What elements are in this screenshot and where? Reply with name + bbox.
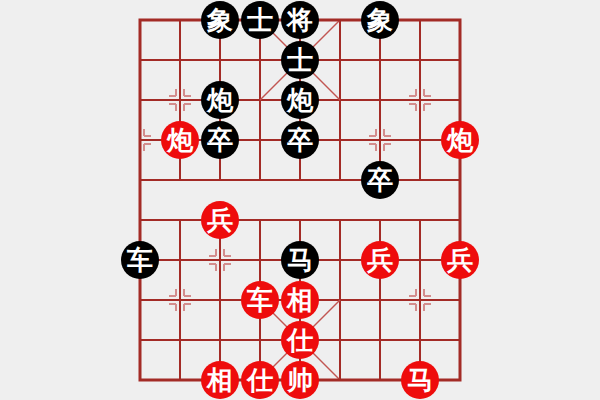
board-point[interactable] [320, 40, 360, 80]
board-point[interactable] [160, 240, 200, 280]
board-point[interactable] [200, 320, 240, 360]
board-point[interactable] [160, 40, 200, 80]
board-point[interactable] [400, 200, 440, 240]
board-point[interactable] [320, 120, 360, 160]
board-point[interactable] [240, 240, 280, 280]
board-point[interactable] [400, 160, 440, 200]
board-point[interactable] [320, 80, 360, 120]
cell-d9[interactable]: 士 [240, 0, 280, 40]
cell-h0[interactable]: 马 [400, 360, 440, 400]
board-point[interactable] [400, 120, 440, 160]
piece-red-soldier[interactable]: 兵 [441, 241, 479, 279]
cell-d2[interactable]: 车 [240, 280, 280, 320]
cell-e1[interactable]: 仕 [280, 320, 320, 360]
cell-d0[interactable]: 仕 [240, 360, 280, 400]
board-point[interactable] [160, 280, 200, 320]
piece-red-soldier[interactable]: 兵 [361, 241, 399, 279]
board-point[interactable] [320, 240, 360, 280]
board-point[interactable] [120, 40, 160, 80]
cell-e9[interactable]: 将 [280, 0, 320, 40]
cell-b6[interactable]: 炮 [160, 120, 200, 160]
board-point[interactable] [360, 40, 400, 80]
cell-e6[interactable]: 卒 [280, 120, 320, 160]
cell-c0[interactable]: 相 [200, 360, 240, 400]
board-point[interactable] [280, 200, 320, 240]
piece-black-advisor[interactable]: 士 [281, 41, 319, 79]
cell-g3[interactable]: 兵 [360, 240, 400, 280]
board-point[interactable] [240, 160, 280, 200]
board-point[interactable] [240, 320, 280, 360]
board-point[interactable] [320, 320, 360, 360]
board-point[interactable] [440, 280, 480, 320]
board-point[interactable] [200, 240, 240, 280]
piece-black-soldier[interactable]: 卒 [281, 121, 319, 159]
cell-c7[interactable]: 炮 [200, 80, 240, 120]
cell-g9[interactable]: 象 [360, 0, 400, 40]
piece-black-soldier[interactable]: 卒 [361, 161, 399, 199]
board-point[interactable] [280, 160, 320, 200]
board-point[interactable] [440, 160, 480, 200]
xiangqi-app: 象士将象士炮炮炮卒卒炮卒兵车马兵兵车相仕相仕帅马 [0, 0, 600, 400]
board-point[interactable] [160, 320, 200, 360]
board-point[interactable] [160, 80, 200, 120]
board-point[interactable] [160, 360, 200, 400]
board-point[interactable] [240, 40, 280, 80]
board-point[interactable] [240, 80, 280, 120]
piece-red-general[interactable]: 帅 [281, 361, 319, 399]
piece-black-advisor[interactable]: 士 [241, 1, 279, 39]
board-point[interactable] [320, 280, 360, 320]
board-point[interactable] [200, 160, 240, 200]
cell-c6[interactable]: 卒 [200, 120, 240, 160]
piece-black-cannon[interactable]: 炮 [201, 81, 239, 119]
board-point[interactable] [440, 0, 480, 40]
board-point[interactable] [400, 80, 440, 120]
board-point[interactable] [360, 360, 400, 400]
board-point[interactable] [120, 120, 160, 160]
piece-red-soldier[interactable]: 兵 [201, 201, 239, 239]
cell-e3[interactable]: 马 [280, 240, 320, 280]
board-point[interactable] [120, 0, 160, 40]
board-point[interactable] [320, 200, 360, 240]
piece-red-advisor[interactable]: 仕 [281, 321, 319, 359]
cell-i3[interactable]: 兵 [440, 240, 480, 280]
piece-red-cannon[interactable]: 炮 [161, 121, 199, 159]
piece-red-horse[interactable]: 马 [401, 361, 439, 399]
board-point[interactable] [200, 40, 240, 80]
board-point[interactable] [440, 80, 480, 120]
board-point[interactable] [440, 360, 480, 400]
board-point[interactable] [440, 320, 480, 360]
board-point[interactable] [440, 200, 480, 240]
cell-c4[interactable]: 兵 [200, 200, 240, 240]
cell-c9[interactable]: 象 [200, 0, 240, 40]
board-point[interactable] [360, 80, 400, 120]
piece-black-horse[interactable]: 马 [281, 241, 319, 279]
cell-e2[interactable]: 相 [280, 280, 320, 320]
board-point[interactable] [120, 200, 160, 240]
piece-red-elephant[interactable]: 相 [201, 361, 239, 399]
piece-red-cannon[interactable]: 炮 [441, 121, 479, 159]
board-point[interactable] [440, 40, 480, 80]
board-point[interactable] [320, 360, 360, 400]
piece-red-chariot[interactable]: 车 [241, 281, 279, 319]
board-point[interactable] [400, 40, 440, 80]
cell-a3[interactable]: 车 [120, 240, 160, 280]
board-point[interactable] [360, 120, 400, 160]
piece-red-elephant[interactable]: 相 [281, 281, 319, 319]
board-point[interactable] [160, 0, 200, 40]
board-point[interactable] [160, 200, 200, 240]
board-point[interactable] [240, 200, 280, 240]
piece-red-advisor[interactable]: 仕 [241, 361, 279, 399]
board-point[interactable] [360, 320, 400, 360]
cell-e0[interactable]: 帅 [280, 360, 320, 400]
board-point[interactable] [360, 200, 400, 240]
piece-black-general[interactable]: 将 [281, 1, 319, 39]
board-point[interactable] [400, 280, 440, 320]
board-point[interactable] [120, 160, 160, 200]
board-point[interactable] [120, 320, 160, 360]
board-point[interactable] [120, 80, 160, 120]
cell-g5[interactable]: 卒 [360, 160, 400, 200]
piece-black-chariot[interactable]: 车 [121, 241, 159, 279]
xiangqi-board: 象士将象士炮炮炮卒卒炮卒兵车马兵兵车相仕相仕帅马 [120, 0, 480, 400]
board-point[interactable] [320, 0, 360, 40]
board-point[interactable] [120, 280, 160, 320]
board-point[interactable] [400, 0, 440, 40]
board-point[interactable] [120, 360, 160, 400]
piece-black-elephant[interactable]: 象 [201, 1, 239, 39]
cell-i6[interactable]: 炮 [440, 120, 480, 160]
cell-e8[interactable]: 士 [280, 40, 320, 80]
board-point[interactable] [400, 240, 440, 280]
piece-black-cannon[interactable]: 炮 [281, 81, 319, 119]
board-point[interactable] [320, 160, 360, 200]
board-point[interactable] [160, 160, 200, 200]
board-point[interactable] [360, 280, 400, 320]
piece-black-soldier[interactable]: 卒 [201, 121, 239, 159]
cell-e7[interactable]: 炮 [280, 80, 320, 120]
board-point[interactable] [240, 120, 280, 160]
board-point[interactable] [400, 320, 440, 360]
piece-black-elephant[interactable]: 象 [361, 1, 399, 39]
board-point[interactable] [200, 280, 240, 320]
